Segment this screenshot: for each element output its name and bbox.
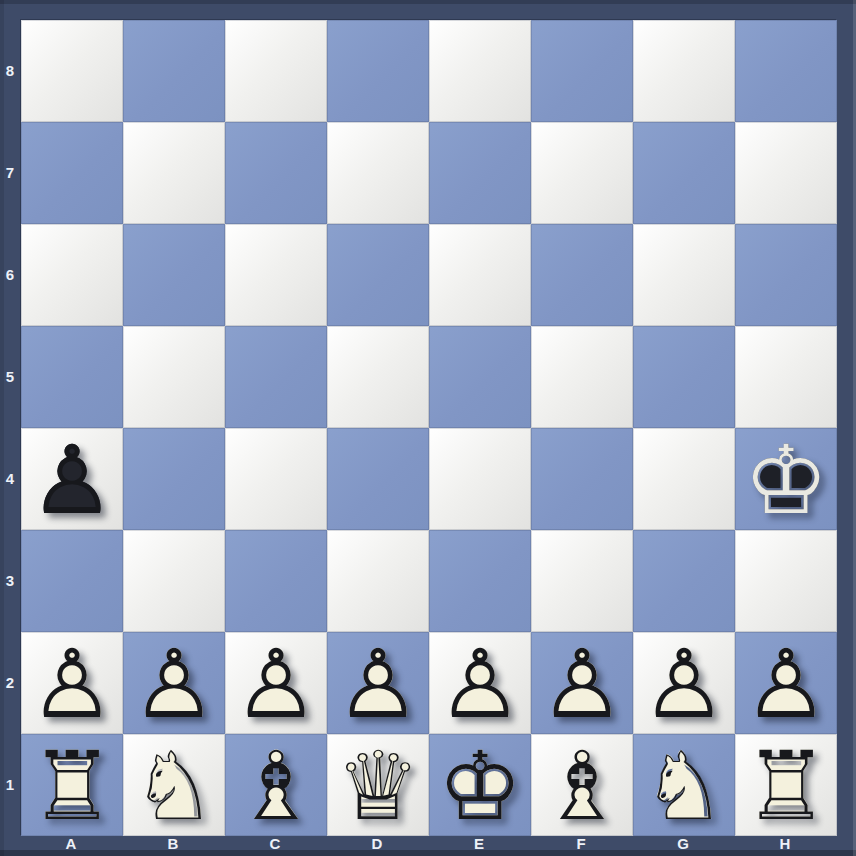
file-label-b: B [122,834,224,852]
square-d2[interactable]: ♟♙ [327,632,429,734]
square-h8[interactable] [735,20,837,122]
square-f2[interactable]: ♟♙ [531,632,633,734]
piece-white-pawn-b2[interactable]: ♟♙ [123,632,225,734]
file-label-a: A [20,834,122,852]
square-c1[interactable]: ♝♗ [225,734,327,836]
piece-black-pawn-a4[interactable]: ♟♙ [21,428,123,530]
square-d4[interactable] [327,428,429,530]
square-a3[interactable] [21,530,123,632]
white-pawn-outline-glyph: ♙ [531,632,633,734]
file-label-h: H [734,834,836,852]
white-pawn-outline-glyph: ♙ [429,632,531,734]
square-b4[interactable] [123,428,225,530]
square-e1[interactable]: ♚♔ [429,734,531,836]
square-g5[interactable] [633,326,735,428]
rank-label-4: 4 [0,427,20,529]
piece-white-knight-g1[interactable]: ♞♘ [633,734,735,836]
square-c2[interactable]: ♟♙ [225,632,327,734]
square-h4[interactable]: ♚♔ [735,428,837,530]
rank-label-6: 6 [0,223,20,325]
square-b8[interactable] [123,20,225,122]
square-g2[interactable]: ♟♙ [633,632,735,734]
piece-white-pawn-e2[interactable]: ♟♙ [429,632,531,734]
square-f7[interactable] [531,122,633,224]
white-pawn-outline-glyph: ♙ [735,632,837,734]
square-e5[interactable] [429,326,531,428]
square-c7[interactable] [225,122,327,224]
square-g6[interactable] [633,224,735,326]
file-label-d: D [326,834,428,852]
file-labels: ABCDEFGH [20,834,836,852]
square-e2[interactable]: ♟♙ [429,632,531,734]
square-c5[interactable] [225,326,327,428]
chess-board[interactable]: ♟♙♚♔♟♙♟♙♟♙♟♙♟♙♟♙♟♙♟♙♜♖♞♘♝♗♛♕♚♔♝♗♞♘♜♖ [20,19,836,835]
square-b2[interactable]: ♟♙ [123,632,225,734]
white-knight-outline-glyph: ♘ [633,734,735,836]
square-a4[interactable]: ♟♙ [21,428,123,530]
rank-label-8: 8 [0,19,20,121]
white-pawn-outline-glyph: ♙ [225,632,327,734]
square-h6[interactable] [735,224,837,326]
square-a8[interactable] [21,20,123,122]
square-e4[interactable] [429,428,531,530]
file-label-c: C [224,834,326,852]
rank-labels: 87654321 [0,19,20,835]
piece-white-pawn-a2[interactable]: ♟♙ [21,632,123,734]
square-g7[interactable] [633,122,735,224]
square-e7[interactable] [429,122,531,224]
piece-white-queen-d1[interactable]: ♛♕ [327,734,429,836]
square-a7[interactable] [21,122,123,224]
rank-label-3: 3 [0,529,20,631]
piece-white-rook-h1[interactable]: ♜♖ [735,734,837,836]
square-b1[interactable]: ♞♘ [123,734,225,836]
square-d8[interactable] [327,20,429,122]
white-pawn-outline-glyph: ♙ [633,632,735,734]
square-g8[interactable] [633,20,735,122]
square-h1[interactable]: ♜♖ [735,734,837,836]
square-g1[interactable]: ♞♘ [633,734,735,836]
square-d3[interactable] [327,530,429,632]
square-e3[interactable] [429,530,531,632]
square-h2[interactable]: ♟♙ [735,632,837,734]
square-a2[interactable]: ♟♙ [21,632,123,734]
square-b6[interactable] [123,224,225,326]
square-d7[interactable] [327,122,429,224]
rank-label-5: 5 [0,325,20,427]
black-king-outline-glyph: ♔ [735,428,837,530]
square-d6[interactable] [327,224,429,326]
rank-label-2: 2 [0,631,20,733]
square-f3[interactable] [531,530,633,632]
white-bishop-outline-glyph: ♗ [531,734,633,836]
square-a6[interactable] [21,224,123,326]
square-e8[interactable] [429,20,531,122]
piece-white-bishop-c1[interactable]: ♝♗ [225,734,327,836]
rank-label-1: 1 [0,733,20,835]
piece-white-rook-a1[interactable]: ♜♖ [21,734,123,836]
rank-label-7: 7 [0,121,20,223]
piece-white-bishop-f1[interactable]: ♝♗ [531,734,633,836]
white-pawn-outline-glyph: ♙ [21,632,123,734]
square-g4[interactable] [633,428,735,530]
square-b5[interactable] [123,326,225,428]
square-c4[interactable] [225,428,327,530]
square-f5[interactable] [531,326,633,428]
piece-white-king-e1[interactable]: ♚♔ [429,734,531,836]
white-rook-outline-glyph: ♖ [21,734,123,836]
piece-white-pawn-c2[interactable]: ♟♙ [225,632,327,734]
square-h5[interactable] [735,326,837,428]
piece-white-pawn-h2[interactable]: ♟♙ [735,632,837,734]
white-pawn-outline-glyph: ♙ [327,632,429,734]
white-rook-outline-glyph: ♖ [735,734,837,836]
white-king-outline-glyph: ♔ [429,734,531,836]
piece-white-knight-b1[interactable]: ♞♘ [123,734,225,836]
piece-black-king-h4[interactable]: ♚♔ [735,428,837,530]
file-label-e: E [428,834,530,852]
square-a1[interactable]: ♜♖ [21,734,123,836]
square-f1[interactable]: ♝♗ [531,734,633,836]
square-h7[interactable] [735,122,837,224]
square-d5[interactable] [327,326,429,428]
white-bishop-outline-glyph: ♗ [225,734,327,836]
file-label-f: F [530,834,632,852]
white-knight-outline-glyph: ♘ [123,734,225,836]
square-e6[interactable] [429,224,531,326]
square-a5[interactable] [21,326,123,428]
square-h3[interactable] [735,530,837,632]
square-b3[interactable] [123,530,225,632]
square-c3[interactable] [225,530,327,632]
white-pawn-outline-glyph: ♙ [123,632,225,734]
black-pawn-outline-glyph: ♙ [21,428,123,530]
square-f8[interactable] [531,20,633,122]
square-b7[interactable] [123,122,225,224]
chess-board-frame: 87654321 ♟♙♚♔♟♙♟♙♟♙♟♙♟♙♟♙♟♙♟♙♜♖♞♘♝♗♛♕♚♔♝… [0,0,856,856]
square-c8[interactable] [225,20,327,122]
piece-white-pawn-g2[interactable]: ♟♙ [633,632,735,734]
piece-white-pawn-d2[interactable]: ♟♙ [327,632,429,734]
white-queen-outline-glyph: ♕ [327,734,429,836]
square-d1[interactable]: ♛♕ [327,734,429,836]
square-g3[interactable] [633,530,735,632]
square-f4[interactable] [531,428,633,530]
square-c6[interactable] [225,224,327,326]
file-label-g: G [632,834,734,852]
piece-white-pawn-f2[interactable]: ♟♙ [531,632,633,734]
square-f6[interactable] [531,224,633,326]
